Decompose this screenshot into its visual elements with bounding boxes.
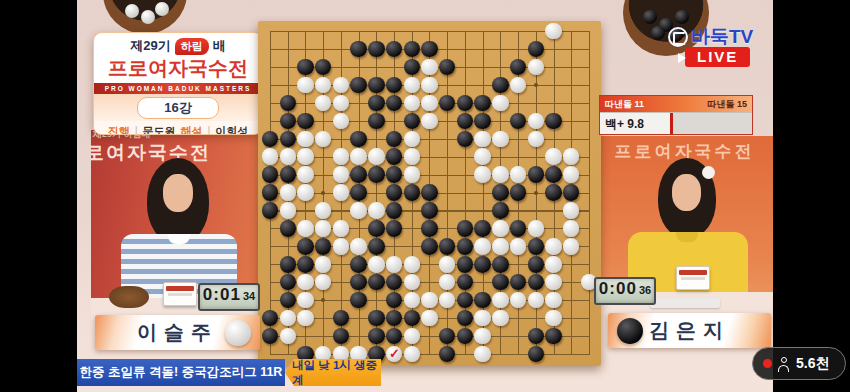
black-stone (457, 310, 473, 326)
black-stone (368, 41, 384, 57)
white-stone (297, 77, 313, 93)
white-stone (492, 166, 508, 182)
stone-box-label-line (168, 293, 192, 296)
black-stone (528, 238, 544, 254)
black-stone (439, 328, 455, 344)
white-stone (528, 131, 544, 147)
tournament-card: 제29기 하림 배 프로여자국수전 PRO WOMAN BADUK MASTER… (93, 32, 263, 135)
white-stone (155, 2, 169, 16)
white-stone (421, 59, 437, 75)
black-stone (386, 220, 402, 236)
clock-minutes: 0:00 (599, 279, 637, 299)
black-stone (528, 166, 544, 182)
left-backdrop-text: 로여자국수전 (91, 140, 211, 166)
black-stone (368, 328, 384, 344)
tournament-title: 프로여자국수전 (94, 55, 262, 82)
white-stone (474, 148, 490, 164)
white-stone (315, 256, 331, 272)
black-stone (386, 292, 402, 308)
score-estimate-bar: 백+ 9.8 (600, 112, 752, 134)
white-stone (404, 131, 420, 147)
white-stone (404, 256, 420, 272)
black-stone (368, 113, 384, 129)
left-stone-box (163, 282, 197, 306)
black-stone (297, 238, 313, 254)
hair-scrunchie (702, 166, 715, 179)
black-stone (262, 131, 278, 147)
black-stone (404, 184, 420, 200)
black-stone (545, 328, 561, 344)
black-stone (421, 184, 437, 200)
black-stone (262, 328, 278, 344)
white-stone (315, 77, 331, 93)
cup-suffix: 배 (213, 37, 226, 55)
black-stone (528, 41, 544, 57)
news-ticker: 한중 초일류 격돌! 중국갑조리그 11R 내일 낮 1시 생중계 (77, 359, 381, 386)
black-stone (439, 238, 455, 254)
sponsor-badge: 하림 (175, 38, 209, 55)
white-stone (474, 131, 490, 147)
black-stone (315, 238, 331, 254)
black-stone-icon (617, 318, 643, 344)
white-stone (439, 274, 455, 290)
black-stone (457, 220, 473, 236)
black-stone (510, 59, 526, 75)
white-stone (421, 113, 437, 129)
tournament-edition-row: 제29기 하림 배 (94, 37, 262, 55)
commentary-name: 이희성 (215, 124, 248, 135)
black-stone (386, 95, 402, 111)
black-stone (421, 220, 437, 236)
black-stone (333, 310, 349, 326)
tournament-subtitle: PRO WOMAN BADUK MASTERS (94, 83, 262, 94)
black-stone (457, 131, 473, 147)
black-stone (280, 95, 296, 111)
black-stone (350, 131, 366, 147)
stone-box-label (166, 286, 194, 291)
white-stone (280, 202, 296, 218)
black-stone (350, 292, 366, 308)
white-stone (563, 148, 579, 164)
white-stone (297, 292, 313, 308)
black-stone (333, 328, 349, 344)
black-stone (492, 77, 508, 93)
viewer-person-icon (777, 357, 791, 371)
white-stone (315, 202, 331, 218)
black-stone (262, 184, 278, 200)
divider: | (135, 124, 138, 135)
black-stone (404, 59, 420, 75)
badukTV-logo-icon (668, 27, 688, 47)
go-board: ✓ (258, 21, 601, 366)
white-stone (510, 166, 526, 182)
white-stone (421, 95, 437, 111)
white-stone (474, 238, 490, 254)
white-stone (492, 95, 508, 111)
black-stone (368, 166, 384, 182)
white-stone (474, 328, 490, 344)
black-stone (474, 95, 490, 111)
black-stone (297, 256, 313, 272)
black-stone (386, 166, 402, 182)
black-stone (421, 238, 437, 254)
live-dot-icon (763, 359, 772, 368)
white-stone (297, 131, 313, 147)
clock-seconds: 36 (639, 284, 651, 296)
black-stone (280, 256, 296, 272)
white-stone (368, 148, 384, 164)
black-stone (643, 10, 657, 24)
black-stone (457, 328, 473, 344)
black-stone (280, 113, 296, 129)
white-stone (297, 184, 313, 200)
black-stone (350, 256, 366, 272)
go-board-grid: ✓ (270, 31, 590, 355)
round-row: 16강 (94, 94, 262, 121)
white-stone (350, 238, 366, 254)
white-stone (350, 148, 366, 164)
black-stone (368, 310, 384, 326)
black-stone (510, 184, 526, 200)
black-stone (528, 256, 544, 272)
white-stone (333, 95, 349, 111)
commentary-label: 해설 (181, 124, 203, 135)
white-stone (404, 95, 420, 111)
white-stone-icon (225, 320, 251, 346)
white-stone (386, 256, 402, 272)
mc-name: 문도원 (143, 124, 176, 135)
white-stone (404, 148, 420, 164)
black-stone (492, 202, 508, 218)
left-player-face (163, 174, 193, 212)
white-stone (545, 23, 561, 39)
white-stone (439, 256, 455, 272)
white-stone (297, 166, 313, 182)
black-stone (545, 113, 561, 129)
white-stone (297, 310, 313, 326)
left-player-nameplate: 이슬주 (95, 315, 260, 350)
white-stone (315, 274, 331, 290)
black-stone (262, 202, 278, 218)
right-player-clock: 0:00 36 (594, 277, 656, 305)
score-estimate-text: 백+ 9.8 (605, 116, 644, 133)
white-stone (545, 292, 561, 308)
white-stone (262, 148, 278, 164)
white-stone (474, 166, 490, 182)
white-stone (125, 4, 139, 18)
left-player-clock: 0:01 34 (198, 283, 260, 311)
black-stone (368, 238, 384, 254)
black-stone (474, 113, 490, 129)
ticker-schedule: 내일 낮 1시 생중계 (285, 359, 381, 386)
white-stone (563, 220, 579, 236)
white-stone (404, 292, 420, 308)
black-stone (404, 41, 420, 57)
black-stone (386, 148, 402, 164)
black-stone (457, 256, 473, 272)
star-point (321, 191, 325, 195)
live-badge: LIVE (685, 47, 750, 67)
black-stone (439, 346, 455, 362)
round-label: 16강 (137, 97, 218, 119)
right-player-nameplate: 김은지 (608, 313, 771, 348)
black-stone (386, 274, 402, 290)
black-stone (404, 113, 420, 129)
black-stone (528, 328, 544, 344)
white-stone (563, 238, 579, 254)
black-stone (386, 202, 402, 218)
black-stone (368, 274, 384, 290)
stone-box-label (679, 270, 707, 275)
black-stone (474, 292, 490, 308)
left-player-name: 이슬주 (137, 319, 218, 346)
white-stone (510, 77, 526, 93)
white-stone (421, 292, 437, 308)
black-stone (280, 166, 296, 182)
white-stone (333, 77, 349, 93)
white-stone (492, 310, 508, 326)
white-stone (492, 238, 508, 254)
black-stone (474, 256, 490, 272)
black-stone (492, 256, 508, 272)
viewer-count: 5.6천 (796, 355, 829, 373)
white-stone (510, 238, 526, 254)
white-stone (333, 113, 349, 129)
right-stone-box (676, 266, 710, 290)
white-stone (141, 10, 155, 24)
white-stone (297, 274, 313, 290)
white-stone (280, 184, 296, 200)
black-stone (280, 131, 296, 147)
white-stone (333, 184, 349, 200)
white-stone (280, 310, 296, 326)
black-stone (528, 274, 544, 290)
black-stone (315, 59, 331, 75)
white-captures: 따낸돌 11 (605, 98, 644, 111)
white-stone (545, 238, 561, 254)
black-stone (350, 77, 366, 93)
right-player-name: 김은지 (649, 317, 730, 344)
black-stone (421, 202, 437, 218)
staff-row: 진행 | 문도원 해설 | 이희성 (94, 121, 262, 135)
black-stone (386, 41, 402, 57)
screen: 제29기 하림배 로여자국수전 프로여자국수전 (0, 0, 850, 392)
keyboard (650, 298, 720, 308)
white-stone (404, 328, 420, 344)
white-stone (280, 148, 296, 164)
black-stone (280, 292, 296, 308)
black-stone (368, 95, 384, 111)
white-stone (368, 256, 384, 272)
white-stone (315, 131, 331, 147)
white-stone-bowl (103, 0, 187, 34)
black-stone (350, 166, 366, 182)
black-stone (368, 220, 384, 236)
white-stone (333, 148, 349, 164)
black-stone (545, 166, 561, 182)
broadcast-video-frame: 제29기 하림배 로여자국수전 프로여자국수전 (77, 0, 773, 392)
black-stone (510, 113, 526, 129)
black-captures: 따낸돌 15 (707, 98, 747, 111)
last-move-marker: ✓ (389, 347, 400, 360)
black-stone (421, 41, 437, 57)
white-stone (528, 59, 544, 75)
black-stone (545, 184, 561, 200)
white-stone (297, 148, 313, 164)
black-stone (510, 220, 526, 236)
captures-header: 따낸돌 11 따낸돌 15 (600, 96, 752, 112)
right-player-face (672, 174, 701, 211)
black-stone (457, 238, 473, 254)
ticker-headline: 한중 초일류 격돌! 중국갑조리그 11R (77, 359, 285, 386)
score-bar-marker (670, 113, 673, 134)
black-stone (457, 292, 473, 308)
star-point (534, 83, 538, 87)
black-stone (386, 328, 402, 344)
white-stone (474, 346, 490, 362)
white-stone (528, 113, 544, 129)
edition-text: 제29기 (130, 37, 170, 55)
black-stone (350, 184, 366, 200)
white-stone (368, 202, 384, 218)
black-stone (457, 95, 473, 111)
black-stone (350, 274, 366, 290)
white-stone (404, 166, 420, 182)
live-viewer-badge[interactable]: 5.6천 (752, 347, 846, 380)
black-stone (368, 77, 384, 93)
white-stone (474, 310, 490, 326)
white-stone (492, 220, 508, 236)
white-stone (404, 77, 420, 93)
black-stone (439, 95, 455, 111)
white-stone (510, 292, 526, 308)
white-stone (280, 328, 296, 344)
black-stone (386, 77, 402, 93)
white-stone (528, 220, 544, 236)
star-point (534, 191, 538, 195)
black-stone (386, 184, 402, 200)
black-stone (439, 59, 455, 75)
divider: | (208, 124, 211, 135)
black-stone (510, 274, 526, 290)
white-stone (315, 95, 331, 111)
white-stone (545, 256, 561, 272)
black-stone (386, 131, 402, 147)
white-stone (350, 202, 366, 218)
star-point (321, 298, 325, 302)
white-stone (297, 220, 313, 236)
black-stone (651, 26, 665, 40)
white-stone (421, 77, 437, 93)
white-stone (404, 274, 420, 290)
black-stone (474, 220, 490, 236)
black-stone (297, 113, 313, 129)
black-stone (492, 274, 508, 290)
black-stone (386, 310, 402, 326)
white-stone (563, 202, 579, 218)
black-stone (280, 220, 296, 236)
white-stone (404, 346, 420, 362)
clock-seconds: 34 (243, 290, 255, 302)
white-stone (315, 220, 331, 236)
black-stone (492, 184, 508, 200)
black-stone (528, 346, 544, 362)
black-stone (297, 59, 313, 75)
white-stone (545, 310, 561, 326)
white-stone (333, 166, 349, 182)
black-stone (262, 166, 278, 182)
white-stone (421, 310, 437, 326)
white-stone (333, 238, 349, 254)
black-stone (675, 10, 689, 24)
clock-minutes: 0:01 (203, 285, 241, 305)
white-stone (333, 220, 349, 236)
white-stone (492, 292, 508, 308)
black-stone (280, 274, 296, 290)
black-stone (457, 113, 473, 129)
score-panel: 따낸돌 11 따낸돌 15 백+ 9.8 (599, 95, 753, 135)
white-stone (528, 292, 544, 308)
stone-box-label-line (681, 277, 705, 280)
white-stone (492, 131, 508, 147)
left-table-bowl (109, 286, 149, 308)
white-stone (439, 292, 455, 308)
white-stone (545, 274, 561, 290)
white-stone (545, 148, 561, 164)
white-stone (563, 166, 579, 182)
black-stone (563, 184, 579, 200)
black-stone (350, 41, 366, 57)
mc-label: 진행 (108, 124, 130, 135)
black-stone (457, 274, 473, 290)
black-stone (262, 310, 278, 326)
black-stone (404, 310, 420, 326)
